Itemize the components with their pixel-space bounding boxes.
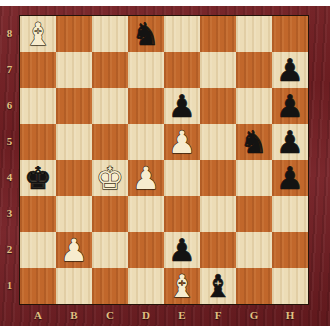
- square-g7[interactable]: [236, 52, 272, 88]
- square-d4[interactable]: ♟: [128, 160, 164, 196]
- square-a3[interactable]: [20, 196, 56, 232]
- square-h1[interactable]: [272, 268, 308, 304]
- square-e6[interactable]: ♟: [164, 88, 200, 124]
- chess-board: ♝♞♟♟♟♟♞♟♚♚♟♟♟♟♝♝: [19, 15, 309, 305]
- chess-diagram: ♝♞♟♟♟♟♞♟♚♚♟♟♟♟♝♝ 87654321 ABCDEFGH: [0, 0, 330, 326]
- square-h3[interactable]: [272, 196, 308, 232]
- square-b1[interactable]: [56, 268, 92, 304]
- square-f8[interactable]: [200, 16, 236, 52]
- square-c1[interactable]: [92, 268, 128, 304]
- square-a2[interactable]: [20, 232, 56, 268]
- file-label-e: E: [164, 306, 200, 324]
- square-a1[interactable]: [20, 268, 56, 304]
- square-d6[interactable]: [128, 88, 164, 124]
- rank-label-2: 2: [0, 231, 19, 267]
- square-f5[interactable]: [200, 124, 236, 160]
- black-knight[interactable]: ♞: [240, 124, 268, 160]
- square-g4[interactable]: [236, 160, 272, 196]
- square-e4[interactable]: [164, 160, 200, 196]
- square-c8[interactable]: [92, 16, 128, 52]
- square-f6[interactable]: [200, 88, 236, 124]
- square-b2[interactable]: ♟: [56, 232, 92, 268]
- file-label-b: B: [56, 306, 92, 324]
- square-c3[interactable]: [92, 196, 128, 232]
- square-g1[interactable]: [236, 268, 272, 304]
- black-bishop[interactable]: ♝: [204, 268, 232, 304]
- black-pawn[interactable]: ♟: [276, 160, 304, 196]
- square-e1[interactable]: ♝: [164, 268, 200, 304]
- square-b8[interactable]: [56, 16, 92, 52]
- square-c5[interactable]: [92, 124, 128, 160]
- square-f4[interactable]: [200, 160, 236, 196]
- square-h5[interactable]: ♟: [272, 124, 308, 160]
- square-b3[interactable]: [56, 196, 92, 232]
- square-b4[interactable]: [56, 160, 92, 196]
- black-pawn[interactable]: ♟: [168, 88, 196, 124]
- file-label-f: F: [200, 306, 236, 324]
- square-c6[interactable]: [92, 88, 128, 124]
- square-e3[interactable]: [164, 196, 200, 232]
- square-e8[interactable]: [164, 16, 200, 52]
- rank-label-8: 8: [0, 15, 19, 51]
- white-king[interactable]: ♚: [96, 160, 124, 196]
- square-h2[interactable]: [272, 232, 308, 268]
- black-pawn[interactable]: ♟: [276, 52, 304, 88]
- square-e2[interactable]: ♟: [164, 232, 200, 268]
- square-h4[interactable]: ♟: [272, 160, 308, 196]
- white-pawn[interactable]: ♟: [132, 160, 160, 196]
- square-a8[interactable]: ♝: [20, 16, 56, 52]
- square-g3[interactable]: [236, 196, 272, 232]
- square-c7[interactable]: [92, 52, 128, 88]
- square-f3[interactable]: [200, 196, 236, 232]
- file-label-h: H: [272, 306, 308, 324]
- rank-label-4: 4: [0, 159, 19, 195]
- black-pawn[interactable]: ♟: [276, 124, 304, 160]
- square-c4[interactable]: ♚: [92, 160, 128, 196]
- white-bishop[interactable]: ♝: [168, 268, 196, 304]
- rank-label-3: 3: [0, 195, 19, 231]
- square-a6[interactable]: [20, 88, 56, 124]
- file-label-g: G: [236, 306, 272, 324]
- file-label-d: D: [128, 306, 164, 324]
- square-d7[interactable]: [128, 52, 164, 88]
- square-a7[interactable]: [20, 52, 56, 88]
- square-d8[interactable]: ♞: [128, 16, 164, 52]
- square-f2[interactable]: [200, 232, 236, 268]
- file-label-c: C: [92, 306, 128, 324]
- square-g2[interactable]: [236, 232, 272, 268]
- square-a4[interactable]: ♚: [20, 160, 56, 196]
- square-e5[interactable]: ♟: [164, 124, 200, 160]
- square-b5[interactable]: [56, 124, 92, 160]
- white-pawn[interactable]: ♟: [168, 124, 196, 160]
- file-label-a: A: [20, 306, 56, 324]
- square-d1[interactable]: [128, 268, 164, 304]
- white-bishop[interactable]: ♝: [24, 16, 52, 52]
- square-d5[interactable]: [128, 124, 164, 160]
- black-pawn[interactable]: ♟: [168, 232, 196, 268]
- rank-label-1: 1: [0, 267, 19, 303]
- square-d2[interactable]: [128, 232, 164, 268]
- square-h8[interactable]: [272, 16, 308, 52]
- square-b6[interactable]: [56, 88, 92, 124]
- square-g8[interactable]: [236, 16, 272, 52]
- black-pawn[interactable]: ♟: [276, 88, 304, 124]
- square-c2[interactable]: [92, 232, 128, 268]
- black-knight[interactable]: ♞: [132, 16, 160, 52]
- square-g5[interactable]: ♞: [236, 124, 272, 160]
- square-b7[interactable]: [56, 52, 92, 88]
- square-e7[interactable]: [164, 52, 200, 88]
- black-king[interactable]: ♚: [24, 160, 52, 196]
- rank-label-7: 7: [0, 51, 19, 87]
- square-h7[interactable]: ♟: [272, 52, 308, 88]
- square-f1[interactable]: ♝: [200, 268, 236, 304]
- square-f7[interactable]: [200, 52, 236, 88]
- square-a5[interactable]: [20, 124, 56, 160]
- rank-label-6: 6: [0, 87, 19, 123]
- square-d3[interactable]: [128, 196, 164, 232]
- square-h6[interactable]: ♟: [272, 88, 308, 124]
- rank-label-5: 5: [0, 123, 19, 159]
- square-g6[interactable]: [236, 88, 272, 124]
- white-pawn[interactable]: ♟: [60, 232, 88, 268]
